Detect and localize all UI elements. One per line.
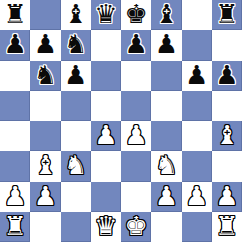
piece-black-bishop[interactable]: ♝: [64, 1, 87, 27]
square-b2[interactable]: ♟: [30, 182, 60, 212]
square-g6[interactable]: ♟: [182, 61, 212, 91]
square-e3[interactable]: [121, 151, 151, 181]
square-a8[interactable]: ♜: [0, 0, 30, 30]
square-f6[interactable]: [151, 61, 181, 91]
square-f8[interactable]: ♝: [151, 0, 181, 30]
piece-white-bishop[interactable]: ♝: [34, 152, 57, 178]
square-e2[interactable]: [121, 182, 151, 212]
piece-white-bishop[interactable]: ♝: [215, 122, 238, 148]
square-h2[interactable]: ♟: [212, 182, 242, 212]
square-c5[interactable]: [61, 91, 91, 121]
square-c7[interactable]: ♞: [61, 30, 91, 60]
piece-black-knight[interactable]: ♞: [64, 31, 87, 57]
square-e7[interactable]: ♟: [121, 30, 151, 60]
square-d3[interactable]: [91, 151, 121, 181]
piece-white-knight[interactable]: ♞: [155, 152, 178, 178]
piece-black-pawn[interactable]: ♟: [34, 31, 57, 57]
square-c4[interactable]: [61, 121, 91, 151]
square-f1[interactable]: [151, 212, 181, 242]
square-h7[interactable]: [212, 30, 242, 60]
piece-black-queen[interactable]: ♛: [94, 1, 117, 27]
piece-black-king[interactable]: ♚: [124, 1, 147, 27]
square-a3[interactable]: [0, 151, 30, 181]
piece-white-rook[interactable]: ♜: [215, 213, 238, 239]
piece-white-pawn[interactable]: ♟: [124, 122, 147, 148]
square-f4[interactable]: [151, 121, 181, 151]
square-g7[interactable]: [182, 30, 212, 60]
piece-white-queen[interactable]: ♛: [94, 213, 117, 239]
square-e6[interactable]: [121, 61, 151, 91]
piece-white-knight[interactable]: ♞: [64, 152, 87, 178]
square-h8[interactable]: ♜: [212, 0, 242, 30]
square-b1[interactable]: [30, 212, 60, 242]
square-h3[interactable]: [212, 151, 242, 181]
square-b6[interactable]: ♞: [30, 61, 60, 91]
square-a5[interactable]: [0, 91, 30, 121]
square-e8[interactable]: ♚: [121, 0, 151, 30]
piece-black-rook[interactable]: ♜: [215, 1, 238, 27]
piece-white-rook[interactable]: ♜: [3, 213, 26, 239]
chess-board: ♜♝♛♚♝♜♟♟♞♟♟♞♟♟♟♟♟♝♝♞♞♟♟♟♟♟♜♛♚♜: [0, 0, 242, 242]
square-a7[interactable]: ♟: [0, 30, 30, 60]
piece-black-pawn[interactable]: ♟: [155, 31, 178, 57]
square-d6[interactable]: [91, 61, 121, 91]
piece-white-pawn[interactable]: ♟: [155, 183, 178, 209]
square-d5[interactable]: [91, 91, 121, 121]
square-e1[interactable]: ♚: [121, 212, 151, 242]
square-f5[interactable]: [151, 91, 181, 121]
square-b4[interactable]: [30, 121, 60, 151]
square-h5[interactable]: [212, 91, 242, 121]
piece-white-pawn[interactable]: ♟: [94, 122, 117, 148]
piece-black-rook[interactable]: ♜: [3, 1, 26, 27]
square-c1[interactable]: [61, 212, 91, 242]
square-f7[interactable]: ♟: [151, 30, 181, 60]
square-d2[interactable]: [91, 182, 121, 212]
piece-white-pawn[interactable]: ♟: [185, 183, 208, 209]
piece-black-pawn[interactable]: ♟: [215, 62, 238, 88]
square-c8[interactable]: ♝: [61, 0, 91, 30]
square-c3[interactable]: ♞: [61, 151, 91, 181]
square-f3[interactable]: ♞: [151, 151, 181, 181]
square-h1[interactable]: ♜: [212, 212, 242, 242]
square-g3[interactable]: [182, 151, 212, 181]
square-g8[interactable]: [182, 0, 212, 30]
piece-white-pawn[interactable]: ♟: [3, 183, 26, 209]
square-g2[interactable]: ♟: [182, 182, 212, 212]
square-a4[interactable]: [0, 121, 30, 151]
square-a2[interactable]: ♟: [0, 182, 30, 212]
square-d8[interactable]: ♛: [91, 0, 121, 30]
square-f2[interactable]: ♟: [151, 182, 181, 212]
square-h4[interactable]: ♝: [212, 121, 242, 151]
square-d7[interactable]: [91, 30, 121, 60]
square-b8[interactable]: [30, 0, 60, 30]
piece-black-pawn[interactable]: ♟: [3, 31, 26, 57]
square-b3[interactable]: ♝: [30, 151, 60, 181]
square-g4[interactable]: [182, 121, 212, 151]
piece-white-king[interactable]: ♚: [124, 213, 147, 239]
piece-white-pawn[interactable]: ♟: [215, 183, 238, 209]
square-d4[interactable]: ♟: [91, 121, 121, 151]
square-c6[interactable]: ♟: [61, 61, 91, 91]
square-g5[interactable]: [182, 91, 212, 121]
piece-black-bishop[interactable]: ♝: [155, 1, 178, 27]
piece-black-pawn[interactable]: ♟: [185, 62, 208, 88]
square-h6[interactable]: ♟: [212, 61, 242, 91]
piece-black-knight[interactable]: ♞: [34, 62, 57, 88]
piece-black-pawn[interactable]: ♟: [124, 31, 147, 57]
square-a6[interactable]: [0, 61, 30, 91]
square-c2[interactable]: [61, 182, 91, 212]
square-a1[interactable]: ♜: [0, 212, 30, 242]
square-g1[interactable]: [182, 212, 212, 242]
square-e5[interactable]: [121, 91, 151, 121]
square-d1[interactable]: ♛: [91, 212, 121, 242]
square-b5[interactable]: [30, 91, 60, 121]
piece-white-pawn[interactable]: ♟: [34, 183, 57, 209]
piece-black-pawn[interactable]: ♟: [64, 62, 87, 88]
chess-board-wrapper: ♜♝♛♚♝♜♟♟♞♟♟♞♟♟♟♟♟♝♝♞♞♟♟♟♟♟♜♛♚♜: [0, 0, 242, 242]
square-b7[interactable]: ♟: [30, 30, 60, 60]
square-e4[interactable]: ♟: [121, 121, 151, 151]
